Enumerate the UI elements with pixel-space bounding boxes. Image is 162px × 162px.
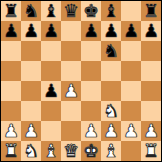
square-e4[interactable] [81, 81, 101, 101]
black-rook: ♜ [3, 1, 19, 21]
square-h8[interactable]: ♜ [141, 1, 161, 21]
square-e2[interactable]: ♟ [81, 121, 101, 141]
square-g7[interactable]: ♟ [121, 21, 141, 41]
square-e1[interactable]: ♚ [81, 141, 101, 161]
square-f1[interactable]: ♝ [101, 141, 121, 161]
square-a4[interactable] [1, 81, 21, 101]
square-a3[interactable] [1, 101, 21, 121]
square-g5[interactable] [121, 61, 141, 81]
square-h5[interactable] [141, 61, 161, 81]
square-e5[interactable] [81, 61, 101, 81]
black-pawn: ♟ [143, 21, 159, 41]
square-a6[interactable] [1, 41, 21, 61]
square-c3[interactable] [41, 101, 61, 121]
square-c5[interactable] [41, 61, 61, 81]
square-c2[interactable] [41, 121, 61, 141]
white-pawn: ♟ [23, 121, 39, 141]
square-f5[interactable] [101, 61, 121, 81]
square-e8[interactable]: ♚ [81, 1, 101, 21]
square-c7[interactable]: ♟ [41, 21, 61, 41]
black-bishop: ♝ [43, 1, 59, 21]
square-f7[interactable]: ♟ [101, 21, 121, 41]
square-f3[interactable]: ♞ [101, 101, 121, 121]
white-bishop: ♝ [43, 141, 59, 161]
square-b6[interactable] [21, 41, 41, 61]
white-knight: ♞ [103, 101, 119, 121]
white-knight: ♞ [23, 141, 39, 161]
square-b7[interactable]: ♟ [21, 21, 41, 41]
square-e3[interactable] [81, 101, 101, 121]
square-a1[interactable]: ♜ [1, 141, 21, 161]
square-h7[interactable]: ♟ [141, 21, 161, 41]
white-pawn: ♟ [83, 121, 99, 141]
square-d7[interactable] [61, 21, 81, 41]
square-a2[interactable]: ♟ [1, 121, 21, 141]
square-b8[interactable]: ♞ [21, 1, 41, 21]
square-h2[interactable]: ♟ [141, 121, 161, 141]
square-c6[interactable] [41, 41, 61, 61]
square-e7[interactable]: ♟ [81, 21, 101, 41]
chess-board: ♜♞♝♛♚♝♜♟♟♟♟♟♟♟♞♟♟♞♟♟♟♟♟♟♜♞♝♛♚♝♜ [0, 0, 162, 162]
white-pawn: ♟ [103, 121, 119, 141]
black-rook: ♜ [143, 1, 159, 21]
square-a5[interactable] [1, 61, 21, 81]
white-queen: ♛ [63, 141, 79, 161]
square-f6[interactable]: ♞ [101, 41, 121, 61]
square-h1[interactable]: ♜ [141, 141, 161, 161]
black-bishop: ♝ [103, 1, 119, 21]
square-d1[interactable]: ♛ [61, 141, 81, 161]
square-g3[interactable] [121, 101, 141, 121]
square-g8[interactable] [121, 1, 141, 21]
white-rook: ♜ [143, 141, 159, 161]
black-pawn: ♟ [23, 21, 39, 41]
black-knight: ♞ [23, 1, 39, 21]
white-rook: ♜ [3, 141, 19, 161]
square-d4[interactable]: ♟ [61, 81, 81, 101]
white-pawn: ♟ [3, 121, 19, 141]
square-d6[interactable] [61, 41, 81, 61]
square-f8[interactable]: ♝ [101, 1, 121, 21]
square-b5[interactable] [21, 61, 41, 81]
square-d2[interactable] [61, 121, 81, 141]
black-queen: ♛ [63, 1, 79, 21]
square-h3[interactable] [141, 101, 161, 121]
square-g6[interactable] [121, 41, 141, 61]
black-knight: ♞ [103, 41, 119, 61]
square-f4[interactable] [101, 81, 121, 101]
black-pawn: ♟ [3, 21, 19, 41]
square-h6[interactable] [141, 41, 161, 61]
square-b4[interactable] [21, 81, 41, 101]
square-b2[interactable]: ♟ [21, 121, 41, 141]
square-c8[interactable]: ♝ [41, 1, 61, 21]
square-d5[interactable] [61, 61, 81, 81]
square-a8[interactable]: ♜ [1, 1, 21, 21]
square-c1[interactable]: ♝ [41, 141, 61, 161]
square-h4[interactable] [141, 81, 161, 101]
black-pawn: ♟ [83, 21, 99, 41]
square-d8[interactable]: ♛ [61, 1, 81, 21]
white-pawn: ♟ [143, 121, 159, 141]
square-c4[interactable]: ♟ [41, 81, 61, 101]
square-a7[interactable]: ♟ [1, 21, 21, 41]
square-b1[interactable]: ♞ [21, 141, 41, 161]
white-king: ♚ [83, 141, 99, 161]
square-e6[interactable] [81, 41, 101, 61]
black-pawn: ♟ [43, 21, 59, 41]
square-g2[interactable]: ♟ [121, 121, 141, 141]
square-f2[interactable]: ♟ [101, 121, 121, 141]
white-pawn: ♟ [123, 121, 139, 141]
black-pawn: ♟ [123, 21, 139, 41]
black-king: ♚ [83, 1, 99, 21]
white-bishop: ♝ [103, 141, 119, 161]
black-pawn: ♟ [43, 81, 59, 101]
black-pawn: ♟ [103, 21, 119, 41]
square-g1[interactable] [121, 141, 141, 161]
square-b3[interactable] [21, 101, 41, 121]
square-d3[interactable] [61, 101, 81, 121]
square-g4[interactable] [121, 81, 141, 101]
white-pawn: ♟ [63, 81, 79, 101]
